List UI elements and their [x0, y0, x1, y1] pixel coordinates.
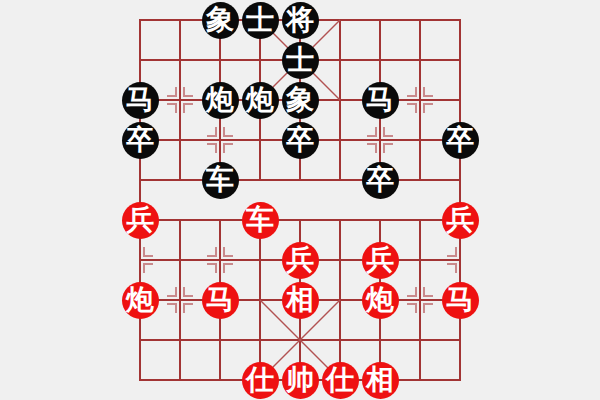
piece-red-兵[interactable]: 兵 — [442, 202, 479, 239]
piece-red-兵[interactable]: 兵 — [122, 202, 159, 239]
xiangqi-board[interactable]: 象士将士马炮炮象马卒卒卒车卒兵车兵兵兵炮马相炮马仕帅仕相 — [0, 0, 600, 400]
piece-red-仕[interactable]: 仕 — [242, 362, 279, 399]
piece-black-象[interactable]: 象 — [202, 2, 239, 39]
piece-black-车[interactable]: 车 — [202, 162, 239, 199]
piece-red-炮[interactable]: 炮 — [122, 282, 159, 319]
piece-red-相[interactable]: 相 — [282, 282, 319, 319]
piece-red-兵[interactable]: 兵 — [362, 242, 399, 279]
piece-black-卒[interactable]: 卒 — [122, 122, 159, 159]
piece-black-马[interactable]: 马 — [122, 82, 159, 119]
piece-black-象[interactable]: 象 — [282, 82, 319, 119]
piece-black-士[interactable]: 士 — [242, 2, 279, 39]
piece-red-车[interactable]: 车 — [242, 202, 279, 239]
piece-red-兵[interactable]: 兵 — [282, 242, 319, 279]
piece-black-卒[interactable]: 卒 — [362, 162, 399, 199]
piece-black-马[interactable]: 马 — [362, 82, 399, 119]
piece-black-炮[interactable]: 炮 — [242, 82, 279, 119]
piece-black-将[interactable]: 将 — [282, 2, 319, 39]
piece-red-仕[interactable]: 仕 — [322, 362, 359, 399]
piece-black-卒[interactable]: 卒 — [442, 122, 479, 159]
piece-red-马[interactable]: 马 — [442, 282, 479, 319]
piece-black-炮[interactable]: 炮 — [202, 82, 239, 119]
piece-red-炮[interactable]: 炮 — [362, 282, 399, 319]
piece-black-士[interactable]: 士 — [282, 42, 319, 79]
piece-black-卒[interactable]: 卒 — [282, 122, 319, 159]
piece-red-相[interactable]: 相 — [362, 362, 399, 399]
piece-red-帅[interactable]: 帅 — [282, 362, 319, 399]
piece-red-马[interactable]: 马 — [202, 282, 239, 319]
